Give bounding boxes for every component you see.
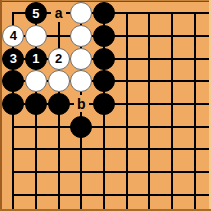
- board-intersection: [138, 183, 161, 206]
- board-intersection: [161, 115, 184, 138]
- board-intersection: [138, 70, 161, 93]
- board-intersection: [25, 138, 48, 161]
- board-intersection: 5: [25, 2, 48, 25]
- board-intersection: [115, 115, 138, 138]
- board-intersection: [115, 93, 138, 116]
- black-stone: [93, 48, 115, 70]
- board-intersection: [47, 25, 70, 48]
- board-intersection: [115, 25, 138, 48]
- board-intersection: [138, 25, 161, 48]
- board-intersection: 2: [47, 47, 70, 70]
- white-stone: [48, 70, 70, 92]
- board-intersection: [93, 25, 116, 48]
- black-stone: [25, 93, 47, 115]
- black-stone: [70, 116, 92, 138]
- board-intersection: [47, 183, 70, 206]
- board-intersection: [2, 70, 25, 93]
- board-edge-left: [0, 0, 2, 211]
- black-stone: 5: [25, 2, 47, 24]
- board-intersection: [25, 70, 48, 93]
- board-intersection: [2, 161, 25, 184]
- go-board-diagram: 5a4312b: [0, 0, 211, 211]
- board-intersection: [93, 183, 116, 206]
- board-intersection: [115, 138, 138, 161]
- board-intersection: [183, 25, 206, 48]
- board-intersection: b: [70, 93, 93, 116]
- board-intersection: [70, 47, 93, 70]
- board-intersection: [70, 138, 93, 161]
- white-stone: [25, 25, 47, 47]
- board-intersection: [183, 93, 206, 116]
- board-intersection: [25, 183, 48, 206]
- board-intersection: [70, 183, 93, 206]
- board-intersection: [47, 70, 70, 93]
- board-intersection: 4: [2, 25, 25, 48]
- board-intersection: [161, 138, 184, 161]
- point-label-b: b: [74, 95, 89, 112]
- go-board: 5a4312b: [2, 2, 206, 206]
- board-intersection: [161, 47, 184, 70]
- board-intersection: [138, 47, 161, 70]
- board-intersection: [161, 161, 184, 184]
- black-stone: 1: [25, 48, 47, 70]
- board-edge-bottom: [0, 209, 211, 211]
- board-intersection: a: [47, 2, 70, 25]
- board-intersection: [93, 70, 116, 93]
- black-stone: 3: [2, 48, 24, 70]
- board-intersection: [161, 2, 184, 25]
- board-intersection: [93, 161, 116, 184]
- board-intersection: [2, 138, 25, 161]
- board-intersection: [93, 2, 116, 25]
- board-edge-top-shadow: [0, 1, 211, 2]
- board-intersection: [70, 2, 93, 25]
- board-intersection: [183, 2, 206, 25]
- white-stone: 4: [2, 25, 24, 47]
- board-intersection: 3: [2, 47, 25, 70]
- board-intersection: [138, 93, 161, 116]
- board-intersection: [115, 47, 138, 70]
- board-intersection: [70, 70, 93, 93]
- board-intersection: [183, 138, 206, 161]
- board-intersection: [138, 138, 161, 161]
- board-intersection: [183, 70, 206, 93]
- board-intersection: [93, 47, 116, 70]
- board-intersection: [70, 115, 93, 138]
- board-intersection: [25, 25, 48, 48]
- black-stone: [93, 93, 115, 115]
- board-intersection: [2, 115, 25, 138]
- board-intersection: [115, 161, 138, 184]
- board-intersection: [138, 161, 161, 184]
- board-intersection: [161, 93, 184, 116]
- black-stone: [48, 93, 70, 115]
- board-intersection: [47, 161, 70, 184]
- board-intersection: [161, 70, 184, 93]
- board-intersection: [183, 161, 206, 184]
- board-intersection: [161, 25, 184, 48]
- black-stone: [2, 93, 24, 115]
- board-intersection: [115, 70, 138, 93]
- board-intersection: [93, 138, 116, 161]
- board-intersection: [2, 183, 25, 206]
- board-intersection: [183, 183, 206, 206]
- board-intersection: [25, 93, 48, 116]
- board-intersection: [2, 2, 25, 25]
- board-intersection: [70, 161, 93, 184]
- board-intersection: [183, 47, 206, 70]
- board-intersection: [47, 115, 70, 138]
- black-stone: [93, 25, 115, 47]
- board-intersection: [115, 183, 138, 206]
- white-stone: [70, 25, 92, 47]
- white-stone: [70, 48, 92, 70]
- board-intersection: [2, 93, 25, 116]
- point-label-a: a: [51, 5, 66, 22]
- black-stone: [93, 2, 115, 24]
- board-intersection: [115, 2, 138, 25]
- board-edge-right: [209, 0, 211, 211]
- board-intersection: [47, 138, 70, 161]
- board-intersection: [183, 115, 206, 138]
- black-stone: [2, 70, 24, 92]
- black-stone: [93, 70, 115, 92]
- board-intersection: [47, 93, 70, 116]
- board-intersection: [161, 183, 184, 206]
- board-intersection: [25, 161, 48, 184]
- board-intersection: [138, 2, 161, 25]
- board-intersection: [70, 25, 93, 48]
- white-stone: [70, 2, 92, 24]
- white-stone: [70, 70, 92, 92]
- board-intersection: [93, 115, 116, 138]
- white-stone: [25, 70, 47, 92]
- board-intersection: [93, 93, 116, 116]
- white-stone: 2: [48, 48, 70, 70]
- board-intersection: [25, 115, 48, 138]
- board-intersection: 1: [25, 47, 48, 70]
- board-intersection: [138, 115, 161, 138]
